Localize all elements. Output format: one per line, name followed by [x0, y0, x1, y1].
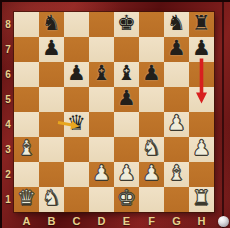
square-b2[interactable]	[39, 162, 64, 187]
square-h1[interactable]: ♜	[189, 187, 214, 212]
square-d6[interactable]: ♝	[89, 62, 114, 87]
square-c7[interactable]	[64, 37, 89, 62]
square-f1[interactable]	[139, 187, 164, 212]
square-f4[interactable]	[139, 112, 164, 137]
rank-labels: 87654321	[2, 12, 14, 212]
piece-black-pawn-f6[interactable]: ♟	[142, 63, 161, 84]
square-b7[interactable]: ♟	[39, 37, 64, 62]
square-g2[interactable]: ♝	[164, 162, 189, 187]
piece-black-knight-b8[interactable]: ♞	[42, 13, 61, 34]
rank-label-4: 4	[2, 112, 14, 137]
square-c6[interactable]: ♟	[64, 62, 89, 87]
square-e4[interactable]	[114, 112, 139, 137]
square-e1[interactable]: ♚	[114, 187, 139, 212]
square-f6[interactable]: ♟	[139, 62, 164, 87]
square-e3[interactable]	[114, 137, 139, 162]
square-b3[interactable]	[39, 137, 64, 162]
square-f7[interactable]	[139, 37, 164, 62]
square-d4[interactable]	[89, 112, 114, 137]
piece-black-pawn-c6[interactable]: ♟	[67, 63, 86, 84]
file-label-H: H	[189, 212, 214, 228]
square-g7[interactable]: ♟	[164, 37, 189, 62]
square-b8[interactable]: ♞	[39, 12, 64, 37]
square-e6[interactable]: ♝	[114, 62, 139, 87]
piece-white-pawn-h3[interactable]: ♟	[192, 138, 211, 159]
file-label-D: D	[89, 212, 114, 228]
square-a7[interactable]	[14, 37, 39, 62]
piece-white-bishop-a3[interactable]: ♝	[17, 138, 36, 159]
file-label-B: B	[39, 212, 64, 228]
chess-board[interactable]: ♞♚♞♜♟♟♟♟♝♝♟♟♛♟♝♞♟♟♟♟♝♛♞♚♜	[14, 12, 214, 212]
rank-label-5: 5	[2, 87, 14, 112]
piece-white-pawn-d2[interactable]: ♟	[92, 163, 111, 184]
square-e2[interactable]: ♟	[114, 162, 139, 187]
file-labels: ABCDEFGH	[14, 212, 214, 228]
square-d7[interactable]	[89, 37, 114, 62]
square-a4[interactable]	[14, 112, 39, 137]
square-f2[interactable]: ♟	[139, 162, 164, 187]
square-c4[interactable]: ♛	[64, 112, 89, 137]
square-h7[interactable]: ♟	[189, 37, 214, 62]
rank-label-6: 6	[2, 62, 14, 87]
square-g8[interactable]: ♞	[164, 12, 189, 37]
piece-black-pawn-g7[interactable]: ♟	[167, 38, 186, 59]
piece-black-king-e8[interactable]: ♚	[117, 13, 136, 34]
square-h4[interactable]	[189, 112, 214, 137]
piece-black-pawn-e5[interactable]: ♟	[117, 88, 136, 109]
square-h3[interactable]: ♟	[189, 137, 214, 162]
piece-white-queen-a1[interactable]: ♛	[17, 188, 36, 209]
piece-white-knight-b1[interactable]: ♞	[42, 188, 61, 209]
square-d5[interactable]	[89, 87, 114, 112]
piece-black-knight-g8[interactable]: ♞	[167, 13, 186, 34]
piece-black-bishop-e6[interactable]: ♝	[117, 63, 136, 84]
square-d3[interactable]	[89, 137, 114, 162]
square-b6[interactable]	[39, 62, 64, 87]
rank-label-8: 8	[2, 12, 14, 37]
square-a6[interactable]	[14, 62, 39, 87]
square-f5[interactable]	[139, 87, 164, 112]
square-h2[interactable]	[189, 162, 214, 187]
square-f8[interactable]	[139, 12, 164, 37]
square-h8[interactable]: ♜	[189, 12, 214, 37]
square-d1[interactable]	[89, 187, 114, 212]
square-a5[interactable]	[14, 87, 39, 112]
file-label-C: C	[64, 212, 89, 228]
square-b1[interactable]: ♞	[39, 187, 64, 212]
square-e7[interactable]	[114, 37, 139, 62]
square-a3[interactable]: ♝	[14, 137, 39, 162]
chess-app-window: 87654321 ♞♚♞♜♟♟♟♟♝♝♟♟♛♟♝♞♟♟♟♟♝♛♞♚♜ ABCDE…	[0, 0, 230, 228]
square-d8[interactable]	[89, 12, 114, 37]
square-g6[interactable]	[164, 62, 189, 87]
file-label-A: A	[14, 212, 39, 228]
square-c2[interactable]	[64, 162, 89, 187]
piece-white-pawn-e2[interactable]: ♟	[117, 163, 136, 184]
square-a8[interactable]	[14, 12, 39, 37]
piece-white-knight-f3[interactable]: ♞	[142, 138, 161, 159]
square-b4[interactable]	[39, 112, 64, 137]
square-g5[interactable]	[164, 87, 189, 112]
piece-black-rook-h8[interactable]: ♜	[192, 13, 211, 34]
piece-white-pawn-g4[interactable]: ♟	[167, 113, 186, 134]
rank-label-1: 1	[2, 187, 14, 212]
piece-white-rook-h1[interactable]: ♜	[192, 188, 211, 209]
frame-edge-line	[222, 2, 224, 228]
square-a1[interactable]: ♛	[14, 187, 39, 212]
piece-black-pawn-b7[interactable]: ♟	[42, 38, 61, 59]
square-c8[interactable]	[64, 12, 89, 37]
square-a2[interactable]	[14, 162, 39, 187]
square-g3[interactable]	[164, 137, 189, 162]
square-h6[interactable]	[189, 62, 214, 87]
piece-black-bishop-d6[interactable]: ♝	[92, 63, 111, 84]
piece-white-bishop-g2[interactable]: ♝	[167, 163, 186, 184]
square-c3[interactable]	[64, 137, 89, 162]
square-c5[interactable]	[64, 87, 89, 112]
piece-black-pawn-h7[interactable]: ♟	[192, 38, 211, 59]
square-d2[interactable]: ♟	[89, 162, 114, 187]
piece-white-king-e1[interactable]: ♚	[117, 188, 136, 209]
file-label-F: F	[139, 212, 164, 228]
square-g4[interactable]: ♟	[164, 112, 189, 137]
square-c1[interactable]	[64, 187, 89, 212]
square-g1[interactable]	[164, 187, 189, 212]
square-b5[interactable]	[39, 87, 64, 112]
piece-white-pawn-f2[interactable]: ♟	[142, 163, 161, 184]
file-label-E: E	[114, 212, 139, 228]
file-label-G: G	[164, 212, 189, 228]
piece-black-queen-c4[interactable]: ♛	[67, 113, 86, 134]
rank-label-2: 2	[2, 162, 14, 187]
square-f3[interactable]: ♞	[139, 137, 164, 162]
rank-label-3: 3	[2, 137, 14, 162]
square-e5[interactable]: ♟	[114, 87, 139, 112]
rank-label-7: 7	[2, 37, 14, 62]
square-h5[interactable]	[189, 87, 214, 112]
side-to-move-indicator	[218, 216, 229, 227]
square-e8[interactable]: ♚	[114, 12, 139, 37]
